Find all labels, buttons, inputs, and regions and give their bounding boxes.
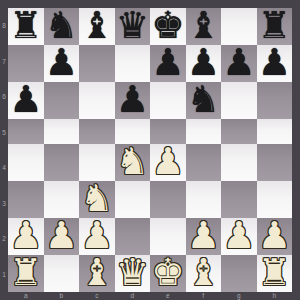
chess-board-frame: 87654321 abcdefgh ♜♞♝♛♚♝♜♟♟♟♟♟♟♟♞♞♟♞♟♟♟♟… [0, 0, 300, 300]
square-c4[interactable] [79, 144, 115, 181]
rank-label-1: 1 [0, 257, 8, 293]
piece-white-knight-c3[interactable]: ♞ [80, 180, 113, 217]
square-d1[interactable]: ♛ [115, 255, 151, 292]
square-c3[interactable]: ♞ [79, 181, 115, 218]
square-h1[interactable]: ♜ [257, 255, 293, 292]
square-c5[interactable] [79, 119, 115, 144]
square-c8[interactable]: ♝ [79, 8, 115, 45]
piece-black-pawn-b7[interactable]: ♟ [45, 44, 78, 81]
square-d2[interactable] [115, 218, 151, 255]
square-f6[interactable]: ♞ [186, 82, 222, 119]
piece-black-pawn-e7[interactable]: ♟ [151, 44, 184, 81]
square-a6[interactable]: ♟ [8, 82, 44, 119]
square-g4[interactable] [221, 144, 257, 181]
square-g1[interactable] [221, 255, 257, 292]
square-a7[interactable] [8, 45, 44, 82]
rank-label-3: 3 [0, 186, 8, 222]
piece-white-pawn-b2[interactable]: ♟ [45, 217, 78, 254]
rank-label-7: 7 [0, 44, 8, 80]
square-b8[interactable]: ♞ [44, 8, 80, 45]
square-a1[interactable]: ♜ [8, 255, 44, 292]
piece-white-queen-d1[interactable]: ♛ [116, 254, 149, 291]
square-b1[interactable] [44, 255, 80, 292]
square-h3[interactable] [257, 181, 293, 218]
piece-white-pawn-f2[interactable]: ♟ [187, 217, 220, 254]
square-b4[interactable] [44, 144, 80, 181]
square-e6[interactable] [150, 82, 186, 119]
piece-black-pawn-a6[interactable]: ♟ [9, 81, 42, 118]
square-e7[interactable]: ♟ [150, 45, 186, 82]
square-a8[interactable]: ♜ [8, 8, 44, 45]
square-b3[interactable] [44, 181, 80, 218]
square-e2[interactable] [150, 218, 186, 255]
square-a5[interactable] [8, 119, 44, 144]
square-e3[interactable] [150, 181, 186, 218]
square-c6[interactable] [79, 82, 115, 119]
square-f4[interactable] [186, 144, 222, 181]
square-d4[interactable]: ♞ [115, 144, 151, 181]
chess-board: ♜♞♝♛♚♝♜♟♟♟♟♟♟♟♞♞♟♞♟♟♟♟♟♟♜♝♛♚♝♜ [8, 8, 292, 292]
piece-white-rook-a1[interactable]: ♜ [9, 254, 42, 291]
piece-black-rook-a8[interactable]: ♜ [9, 7, 42, 44]
piece-white-knight-d4[interactable]: ♞ [116, 143, 149, 180]
piece-white-pawn-h2[interactable]: ♟ [258, 217, 291, 254]
rank-label-2: 2 [0, 221, 8, 257]
square-g2[interactable]: ♟ [221, 218, 257, 255]
square-f5[interactable] [186, 119, 222, 144]
square-c7[interactable] [79, 45, 115, 82]
piece-white-rook-h1[interactable]: ♜ [258, 254, 291, 291]
piece-white-bishop-c1[interactable]: ♝ [80, 254, 113, 291]
rank-label-6: 6 [0, 79, 8, 115]
square-e4[interactable]: ♟ [150, 144, 186, 181]
square-f3[interactable] [186, 181, 222, 218]
square-h5[interactable] [257, 119, 293, 144]
square-f7[interactable]: ♟ [186, 45, 222, 82]
rank-label-4: 4 [0, 150, 8, 186]
piece-black-knight-b8[interactable]: ♞ [45, 7, 78, 44]
square-e1[interactable]: ♚ [150, 255, 186, 292]
piece-white-pawn-g2[interactable]: ♟ [222, 217, 255, 254]
square-f2[interactable]: ♟ [186, 218, 222, 255]
piece-black-pawn-g7[interactable]: ♟ [222, 44, 255, 81]
rank-label-5: 5 [0, 115, 8, 151]
square-a3[interactable] [8, 181, 44, 218]
square-a2[interactable]: ♟ [8, 218, 44, 255]
square-h2[interactable]: ♟ [257, 218, 293, 255]
square-f1[interactable]: ♝ [186, 255, 222, 292]
square-a4[interactable] [8, 144, 44, 181]
square-g6[interactable] [221, 82, 257, 119]
square-h7[interactable]: ♟ [257, 45, 293, 82]
square-d6[interactable]: ♟ [115, 82, 151, 119]
square-h6[interactable] [257, 82, 293, 119]
square-b6[interactable] [44, 82, 80, 119]
piece-black-rook-h8[interactable]: ♜ [258, 7, 291, 44]
square-f8[interactable]: ♝ [186, 8, 222, 45]
rank-label-8: 8 [0, 8, 8, 44]
square-g8[interactable] [221, 8, 257, 45]
square-e8[interactable]: ♚ [150, 8, 186, 45]
square-h4[interactable] [257, 144, 293, 181]
square-b5[interactable] [44, 119, 80, 144]
square-d7[interactable] [115, 45, 151, 82]
square-c1[interactable]: ♝ [79, 255, 115, 292]
piece-white-bishop-f1[interactable]: ♝ [187, 254, 220, 291]
piece-white-pawn-e4[interactable]: ♟ [151, 143, 184, 180]
square-d3[interactable] [115, 181, 151, 218]
piece-black-knight-f6[interactable]: ♞ [187, 81, 220, 118]
piece-black-bishop-f8[interactable]: ♝ [187, 7, 220, 44]
file-label-b: b [44, 292, 80, 300]
piece-black-pawn-d6[interactable]: ♟ [116, 81, 149, 118]
square-g5[interactable] [221, 119, 257, 144]
piece-white-king-e1[interactable]: ♚ [151, 254, 184, 291]
piece-black-pawn-f7[interactable]: ♟ [187, 44, 220, 81]
piece-black-bishop-c8[interactable]: ♝ [80, 7, 113, 44]
square-g7[interactable]: ♟ [221, 45, 257, 82]
square-b2[interactable]: ♟ [44, 218, 80, 255]
piece-black-pawn-h7[interactable]: ♟ [258, 44, 291, 81]
file-labels: abcdefgh [8, 292, 292, 300]
square-g3[interactable] [221, 181, 257, 218]
rank-labels: 87654321 [0, 8, 8, 292]
piece-black-queen-d8[interactable]: ♛ [116, 7, 149, 44]
file-label-g: g [221, 292, 257, 300]
square-d8[interactable]: ♛ [115, 8, 151, 45]
square-h8[interactable]: ♜ [257, 8, 293, 45]
square-b7[interactable]: ♟ [44, 45, 80, 82]
piece-white-pawn-c2[interactable]: ♟ [80, 217, 113, 254]
piece-black-king-e8[interactable]: ♚ [151, 7, 184, 44]
square-c2[interactable]: ♟ [79, 218, 115, 255]
piece-white-pawn-a2[interactable]: ♟ [9, 217, 42, 254]
